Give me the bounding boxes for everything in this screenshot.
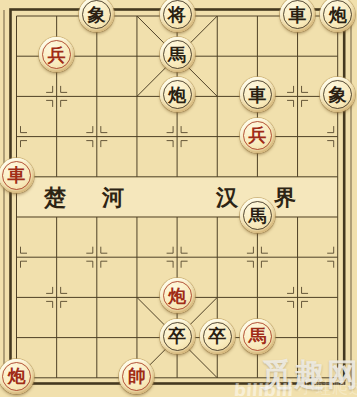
piece-character: 車 — [8, 166, 26, 184]
piece-character: 象 — [88, 6, 106, 24]
piece-black-horse[interactable]: 馬 — [240, 198, 275, 233]
piece-black-cannon[interactable]: 炮 — [160, 77, 195, 112]
piece-black-general[interactable]: 将 — [160, 0, 195, 32]
piece-red-general[interactable]: 帥 — [119, 359, 154, 394]
piece-character: 車 — [248, 86, 266, 104]
piece-character: 馬 — [248, 207, 266, 225]
piece-character: 象 — [329, 86, 347, 104]
piece-character: 卒 — [208, 327, 226, 345]
pieces-layer: 象将車炮兵馬炮車象兵車馬炮卒卒馬炮帥 — [0, 0, 357, 397]
piece-character: 炮 — [329, 6, 347, 24]
piece-red-soldier[interactable]: 兵 — [39, 37, 74, 72]
piece-character: 炮 — [8, 367, 26, 385]
piece-character: 兵 — [248, 126, 266, 144]
piece-black-elephant[interactable]: 象 — [320, 77, 355, 112]
piece-black-horse[interactable]: 馬 — [160, 37, 195, 72]
watermark-uploader-text: 小蛙爬过 — [298, 378, 357, 397]
piece-black-chariot[interactable]: 車 — [240, 77, 275, 112]
xiangqi-game-screenshot: 楚河 汉界 象将車炮兵馬炮車象兵車馬炮卒卒馬炮帥 觅趣网 bilibili 小蛙… — [0, 0, 357, 397]
piece-character: 帥 — [128, 367, 146, 385]
piece-black-cannon[interactable]: 炮 — [320, 0, 355, 32]
piece-black-chariot[interactable]: 車 — [280, 0, 315, 32]
piece-character: 炮 — [168, 287, 186, 305]
piece-red-cannon[interactable]: 炮 — [160, 278, 195, 313]
piece-character: 炮 — [168, 86, 186, 104]
piece-red-soldier[interactable]: 兵 — [240, 118, 275, 153]
piece-red-horse[interactable]: 馬 — [240, 319, 275, 354]
watermark-bilibili-logo: bilibili — [233, 380, 294, 397]
piece-black-elephant[interactable]: 象 — [79, 0, 114, 32]
piece-character: 車 — [289, 6, 307, 24]
piece-character: 将 — [168, 6, 186, 24]
piece-black-soldier[interactable]: 卒 — [160, 319, 195, 354]
piece-black-soldier[interactable]: 卒 — [200, 319, 235, 354]
piece-red-cannon[interactable]: 炮 — [0, 359, 34, 394]
piece-character: 馬 — [248, 327, 266, 345]
piece-character: 兵 — [48, 46, 66, 64]
piece-character: 卒 — [168, 327, 186, 345]
piece-character: 馬 — [168, 46, 186, 64]
piece-red-chariot[interactable]: 車 — [0, 158, 34, 193]
